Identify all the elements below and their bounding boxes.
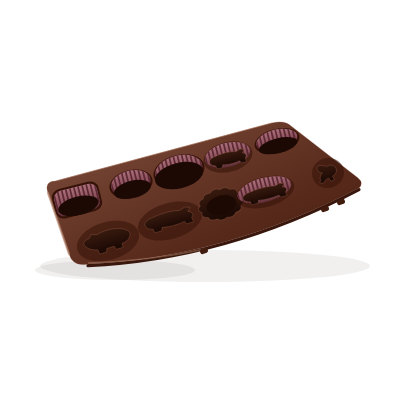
chocolate-mould-tray-image (0, 0, 400, 400)
product-photo (0, 0, 400, 400)
